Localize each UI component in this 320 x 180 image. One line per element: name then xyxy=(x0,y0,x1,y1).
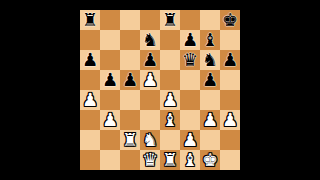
black-queen: ♛ xyxy=(182,50,198,70)
square-h3[interactable]: ♟ xyxy=(220,110,240,130)
square-c3[interactable] xyxy=(120,110,140,130)
square-b2[interactable] xyxy=(100,130,120,150)
square-e7[interactable] xyxy=(160,30,180,50)
square-e1[interactable]: ♜ xyxy=(160,150,180,170)
black-pawn: ♟ xyxy=(142,50,158,70)
square-f1[interactable]: ♝ xyxy=(180,150,200,170)
square-e4[interactable]: ♟ xyxy=(160,90,180,110)
black-pawn: ♟ xyxy=(122,70,138,90)
square-g5[interactable]: ♟ xyxy=(200,70,220,90)
white-king: ♚ xyxy=(202,150,218,170)
square-g7[interactable]: ♝ xyxy=(200,30,220,50)
white-pawn: ♟ xyxy=(82,90,98,110)
black-pawn: ♟ xyxy=(102,70,118,90)
square-c2[interactable]: ♜ xyxy=(120,130,140,150)
white-pawn: ♟ xyxy=(102,110,118,130)
white-pawn: ♟ xyxy=(162,90,178,110)
square-a4[interactable]: ♟ xyxy=(80,90,100,110)
white-bishop: ♝ xyxy=(162,110,178,130)
square-d8[interactable] xyxy=(140,10,160,30)
square-b6[interactable] xyxy=(100,50,120,70)
black-bishop: ♝ xyxy=(202,30,218,50)
square-d4[interactable] xyxy=(140,90,160,110)
chess-board: ♜♜♚♞♟♝♟♟♛♞♟♟♟♟♟♟♟♟♝♟♟♜♞♟♛♜♝♚ xyxy=(80,10,240,170)
square-b3[interactable]: ♟ xyxy=(100,110,120,130)
square-a1[interactable] xyxy=(80,150,100,170)
square-h1[interactable] xyxy=(220,150,240,170)
square-b1[interactable] xyxy=(100,150,120,170)
square-h4[interactable] xyxy=(220,90,240,110)
square-a2[interactable] xyxy=(80,130,100,150)
square-h6[interactable]: ♟ xyxy=(220,50,240,70)
square-c5[interactable]: ♟ xyxy=(120,70,140,90)
white-queen: ♛ xyxy=(142,150,158,170)
square-e2[interactable] xyxy=(160,130,180,150)
black-rook: ♜ xyxy=(162,10,178,30)
square-d1[interactable]: ♛ xyxy=(140,150,160,170)
square-a7[interactable] xyxy=(80,30,100,50)
black-king: ♚ xyxy=(222,10,238,30)
square-f3[interactable] xyxy=(180,110,200,130)
black-knight: ♞ xyxy=(142,30,158,50)
black-rook: ♜ xyxy=(82,10,98,30)
square-e6[interactable] xyxy=(160,50,180,70)
square-f4[interactable] xyxy=(180,90,200,110)
square-g2[interactable] xyxy=(200,130,220,150)
square-b4[interactable] xyxy=(100,90,120,110)
square-e8[interactable]: ♜ xyxy=(160,10,180,30)
square-h7[interactable] xyxy=(220,30,240,50)
square-f6[interactable]: ♛ xyxy=(180,50,200,70)
square-g3[interactable]: ♟ xyxy=(200,110,220,130)
square-b8[interactable] xyxy=(100,10,120,30)
square-g6[interactable]: ♞ xyxy=(200,50,220,70)
square-d2[interactable]: ♞ xyxy=(140,130,160,150)
square-a6[interactable]: ♟ xyxy=(80,50,100,70)
white-knight: ♞ xyxy=(142,130,158,150)
black-pawn: ♟ xyxy=(222,50,238,70)
black-pawn: ♟ xyxy=(202,70,218,90)
square-e3[interactable]: ♝ xyxy=(160,110,180,130)
square-g8[interactable] xyxy=(200,10,220,30)
square-h5[interactable] xyxy=(220,70,240,90)
black-pawn: ♟ xyxy=(82,50,98,70)
square-a5[interactable] xyxy=(80,70,100,90)
square-b5[interactable]: ♟ xyxy=(100,70,120,90)
square-d7[interactable]: ♞ xyxy=(140,30,160,50)
square-d6[interactable]: ♟ xyxy=(140,50,160,70)
square-a3[interactable] xyxy=(80,110,100,130)
square-g4[interactable] xyxy=(200,90,220,110)
square-f5[interactable] xyxy=(180,70,200,90)
square-c6[interactable] xyxy=(120,50,140,70)
letterboxed-video-frame: ♜♜♚♞♟♝♟♟♛♞♟♟♟♟♟♟♟♟♝♟♟♜♞♟♛♜♝♚ xyxy=(0,0,320,180)
white-pawn: ♟ xyxy=(222,110,238,130)
square-c1[interactable] xyxy=(120,150,140,170)
square-f7[interactable]: ♟ xyxy=(180,30,200,50)
white-rook: ♜ xyxy=(162,150,178,170)
square-f2[interactable]: ♟ xyxy=(180,130,200,150)
square-g1[interactable]: ♚ xyxy=(200,150,220,170)
black-pawn: ♟ xyxy=(182,30,198,50)
square-h2[interactable] xyxy=(220,130,240,150)
white-pawn: ♟ xyxy=(142,70,158,90)
white-bishop: ♝ xyxy=(182,150,198,170)
black-knight: ♞ xyxy=(202,50,218,70)
white-pawn: ♟ xyxy=(182,130,198,150)
square-c8[interactable] xyxy=(120,10,140,30)
white-rook: ♜ xyxy=(122,130,138,150)
square-c4[interactable] xyxy=(120,90,140,110)
square-a8[interactable]: ♜ xyxy=(80,10,100,30)
white-pawn: ♟ xyxy=(202,110,218,130)
square-f8[interactable] xyxy=(180,10,200,30)
square-d5[interactable]: ♟ xyxy=(140,70,160,90)
square-b7[interactable] xyxy=(100,30,120,50)
square-h8[interactable]: ♚ xyxy=(220,10,240,30)
square-d3[interactable] xyxy=(140,110,160,130)
square-c7[interactable] xyxy=(120,30,140,50)
square-e5[interactable] xyxy=(160,70,180,90)
